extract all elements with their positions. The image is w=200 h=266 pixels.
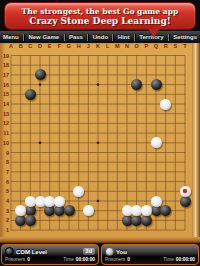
column-label-J: J	[83, 43, 93, 49]
column-label-P: P	[141, 43, 151, 49]
stone-black-C15	[25, 89, 36, 100]
column-label-G: G	[64, 43, 74, 49]
column-label-O: O	[132, 43, 142, 49]
human-player-bar: You Prisoners 0 Time 00:00:00	[101, 244, 199, 265]
column-label-N: N	[122, 43, 132, 49]
com-label: COM Level	[16, 249, 47, 255]
stone-black-P2	[141, 215, 152, 226]
com-time-value: 00:00:00	[76, 257, 95, 262]
you-time-value: 00:00:00	[176, 257, 195, 262]
promo-banner: The strongest, the best Go game app Craz…	[4, 2, 196, 30]
you-label: You	[116, 249, 127, 255]
com-time-label: Time	[63, 257, 73, 262]
white-stone-icon	[105, 247, 114, 256]
column-label-K: K	[93, 43, 103, 49]
com-prisoners-value: 0	[27, 257, 30, 262]
row-label-17: 17	[0, 72, 9, 78]
menu-item-menu[interactable]: Menu	[3, 34, 19, 40]
banner-line1: The strongest, the best Go game app	[22, 7, 179, 16]
banner-line2: Crazy Stone Deep Learning!	[29, 16, 170, 26]
menu-item-new-game[interactable]: New Game	[28, 34, 59, 40]
column-label-C: C	[25, 43, 35, 49]
menu-item-pass[interactable]: Pass	[69, 34, 83, 40]
stone-white-R14	[160, 99, 171, 110]
board-frame-right	[192, 43, 200, 243]
menu-item-undo[interactable]: Undo	[93, 34, 108, 40]
you-time-label: Time	[163, 257, 173, 262]
com-level-badge[interactable]: 2d	[83, 248, 95, 255]
column-label-S: S	[170, 43, 180, 49]
row-label-7: 7	[0, 169, 9, 175]
row-label-13: 13	[0, 111, 9, 117]
black-stone-icon	[5, 247, 14, 256]
stone-white-Q4	[151, 196, 162, 207]
stone-black-G3	[64, 205, 75, 216]
menu-bar: MenuNew GamePassUndoHintTerritorySetting…	[0, 31, 200, 43]
row-label-5: 5	[0, 188, 9, 194]
menu-separator	[64, 34, 65, 41]
stone-white-H5	[73, 186, 84, 197]
crazystone-app: The strongest, the best Go game app Craz…	[0, 0, 200, 266]
stone-white-Q10	[151, 137, 162, 148]
row-label-16: 16	[0, 82, 9, 88]
menu-separator	[23, 34, 24, 41]
menu-separator	[134, 34, 135, 41]
stone-black-T4	[180, 196, 191, 207]
row-label-11: 11	[0, 130, 9, 136]
row-label-15: 15	[0, 91, 9, 97]
column-label-D: D	[35, 43, 45, 49]
column-label-H: H	[74, 43, 84, 49]
row-label-4: 4	[0, 198, 9, 204]
stone-white-F4	[54, 196, 65, 207]
com-prisoners-label: Prisoners	[5, 257, 25, 262]
menu-item-settings[interactable]: Settings	[173, 34, 197, 40]
column-label-A: A	[6, 43, 16, 49]
column-label-F: F	[54, 43, 64, 49]
row-label-12: 12	[0, 120, 9, 126]
stone-white-P3	[141, 205, 152, 216]
column-label-T: T	[180, 43, 190, 49]
com-player-bar: COM Level 2d Prisoners 0 Time 00:00:00	[1, 244, 99, 265]
row-label-2: 2	[0, 217, 9, 223]
menu-separator	[87, 34, 88, 41]
stone-white-J3	[83, 205, 94, 216]
menu-separator	[112, 34, 113, 41]
row-label-19: 19	[0, 53, 9, 59]
top-banner-area: The strongest, the best Go game app Craz…	[0, 0, 200, 31]
row-label-10: 10	[0, 140, 9, 146]
you-prisoners-label: Prisoners	[105, 257, 125, 262]
stone-black-D17	[35, 69, 46, 80]
column-label-R: R	[161, 43, 171, 49]
row-label-14: 14	[0, 101, 9, 107]
menu-separator	[168, 34, 169, 41]
stone-black-Q16	[151, 79, 162, 90]
row-label-6: 6	[0, 179, 9, 185]
column-label-B: B	[16, 43, 26, 49]
row-label-9: 9	[0, 150, 9, 156]
menu-item-hint[interactable]: Hint	[118, 34, 130, 40]
you-prisoners-value: 0	[127, 257, 130, 262]
stone-black-C2	[25, 215, 36, 226]
player-status-bars: COM Level 2d Prisoners 0 Time 00:00:00 Y…	[0, 243, 200, 266]
column-label-E: E	[45, 43, 55, 49]
column-label-L: L	[103, 43, 113, 49]
row-label-1: 1	[0, 227, 9, 233]
column-label-M: M	[112, 43, 122, 49]
column-label-Q: Q	[151, 43, 161, 49]
row-label-8: 8	[0, 159, 9, 165]
row-label-18: 18	[0, 62, 9, 68]
row-label-3: 3	[0, 208, 9, 214]
go-board[interactable]: ABCDEFGHJKLMNOPQRST191817161514131211109…	[0, 43, 200, 243]
